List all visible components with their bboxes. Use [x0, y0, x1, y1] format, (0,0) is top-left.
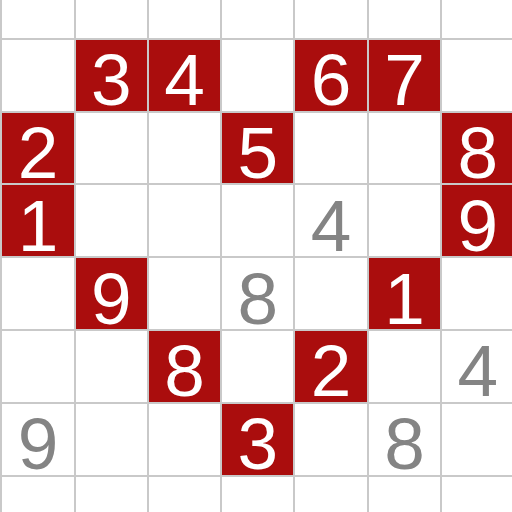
grid-cell-r6c1[interactable]: 9 — [2, 404, 73, 475]
grid-cell-r3c1[interactable]: 1 — [2, 185, 73, 256]
grid-cell-r6c7[interactable] — [442, 404, 512, 475]
grid-cell-r1c4[interactable] — [222, 40, 293, 111]
grid-cell-r3c2[interactable] — [76, 185, 147, 256]
grid-cell-r0c5[interactable] — [295, 0, 366, 38]
grid-cell-r0c2[interactable] — [76, 0, 147, 38]
grid-cell-r7c6[interactable] — [369, 477, 440, 512]
grid-cell-r4c5[interactable] — [295, 258, 366, 329]
grid-cell-r4c6[interactable]: 1 — [369, 258, 440, 329]
grid-cell-r0c6[interactable] — [369, 0, 440, 38]
grid-cell-r5c1[interactable] — [2, 331, 73, 402]
grid-cell-r5c2[interactable] — [76, 331, 147, 402]
grid-cell-r1c6[interactable]: 7 — [369, 40, 440, 111]
grid-cell-r1c7[interactable] — [442, 40, 512, 111]
grid-cell-r6c2[interactable] — [76, 404, 147, 475]
grid-cell-r7c3[interactable] — [149, 477, 220, 512]
grid-cell-r7c4[interactable] — [222, 477, 293, 512]
grid-cell-r1c2[interactable]: 3 — [76, 40, 147, 111]
grid-cell-r2c2[interactable] — [76, 113, 147, 184]
grid-cell-r6c4[interactable]: 3 — [222, 404, 293, 475]
grid-cell-r3c3[interactable] — [149, 185, 220, 256]
grid-cell-r1c1[interactable] — [2, 40, 73, 111]
grid-cell-r4c4[interactable]: 8 — [222, 258, 293, 329]
grid-cell-r2c4[interactable]: 5 — [222, 113, 293, 184]
grid-cell-r5c6[interactable] — [369, 331, 440, 402]
grid-cell-r0c4[interactable] — [222, 0, 293, 38]
grid-cell-r3c5[interactable]: 4 — [295, 185, 366, 256]
grid-cell-r3c7[interactable]: 9 — [442, 185, 512, 256]
grid-cell-r0c7[interactable] — [442, 0, 512, 38]
grid-cell-r2c7[interactable]: 8 — [442, 113, 512, 184]
grid-cell-r6c5[interactable] — [295, 404, 366, 475]
grid-cell-r5c7[interactable]: 4 — [442, 331, 512, 402]
grid-cell-r4c1[interactable] — [2, 258, 73, 329]
sudoku-board: 3467258149981824938 — [0, 0, 512, 512]
grid-cell-r4c7[interactable] — [442, 258, 512, 329]
grid-cell-r4c2[interactable]: 9 — [76, 258, 147, 329]
grid-cell-r7c1[interactable] — [2, 477, 73, 512]
grid-cell-r5c4[interactable] — [222, 331, 293, 402]
grid-cell-r3c6[interactable] — [369, 185, 440, 256]
grid-cell-r5c3[interactable]: 8 — [149, 331, 220, 402]
grid-cell-r2c1[interactable]: 2 — [2, 113, 73, 184]
grid-cell-r1c5[interactable]: 6 — [295, 40, 366, 111]
grid-cell-r4c3[interactable] — [149, 258, 220, 329]
grid-cell-r7c2[interactable] — [76, 477, 147, 512]
grid-cell-r2c5[interactable] — [295, 113, 366, 184]
grid-cell-r7c5[interactable] — [295, 477, 366, 512]
sudoku-screen: 3467258149981824938 — [0, 0, 512, 512]
grid-cell-r2c3[interactable] — [149, 113, 220, 184]
grid-cell-r6c3[interactable] — [149, 404, 220, 475]
grid-cell-r6c6[interactable]: 8 — [369, 404, 440, 475]
grid-cell-r5c5[interactable]: 2 — [295, 331, 366, 402]
grid-cell-r7c7[interactable] — [442, 477, 512, 512]
grid-cell-r0c1[interactable] — [2, 0, 73, 38]
grid-cell-r0c3[interactable] — [149, 0, 220, 38]
grid-cell-r2c6[interactable] — [369, 113, 440, 184]
grid-cell-r3c4[interactable] — [222, 185, 293, 256]
grid-cell-r1c3[interactable]: 4 — [149, 40, 220, 111]
